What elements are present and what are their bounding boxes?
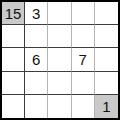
grid-cell[interactable] [25,72,48,95]
grid-cell[interactable] [48,72,71,95]
grid-cell[interactable] [48,48,71,71]
grid-cell[interactable] [48,25,71,48]
grid-cell[interactable] [48,2,71,25]
grid-cell[interactable] [2,95,25,118]
grid-cell[interactable] [95,48,118,71]
grid-cell[interactable] [2,48,25,71]
grid-cell[interactable] [95,25,118,48]
grid-cell-given: 3 [25,2,48,25]
grid-cell-given: 7 [72,48,95,71]
grid-cell[interactable] [72,95,95,118]
grid-cell-given: 6 [25,48,48,71]
grid-cell[interactable] [72,25,95,48]
grid-cell[interactable] [2,72,25,95]
puzzle-board: 153671 [0,0,120,120]
grid-cell-given: 1 [95,95,118,118]
grid-cell[interactable] [25,25,48,48]
grid-cell[interactable] [95,72,118,95]
grid-cell[interactable] [95,2,118,25]
grid-cell[interactable] [25,95,48,118]
grid-cell[interactable] [72,72,95,95]
grid-cell-given: 15 [2,2,25,25]
grid-cell[interactable] [2,25,25,48]
grid-cell[interactable] [72,2,95,25]
grid-cell[interactable] [48,95,71,118]
